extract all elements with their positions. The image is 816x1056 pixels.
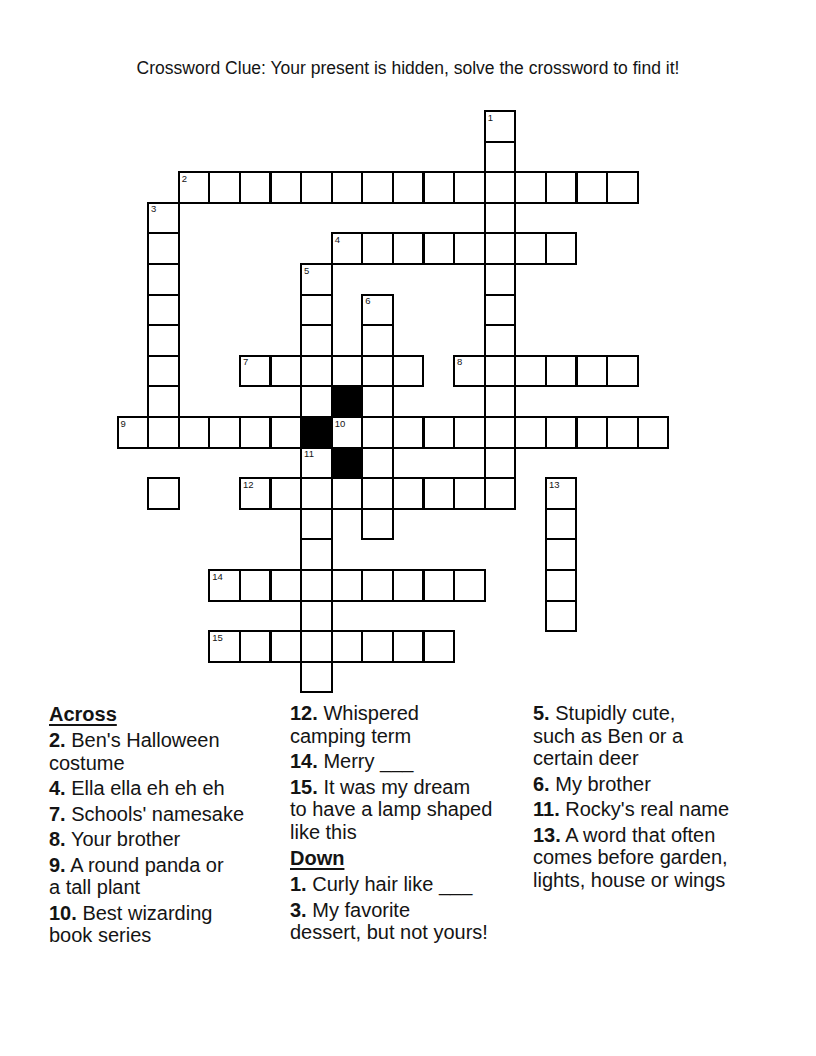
crossword-cell[interactable] <box>270 416 303 449</box>
crossword-cell[interactable] <box>361 324 394 357</box>
crossword-cell[interactable] <box>361 508 394 541</box>
crossword-cell[interactable] <box>484 447 517 480</box>
crossword-cell[interactable] <box>545 600 578 633</box>
crossword-cell[interactable] <box>300 171 333 204</box>
clue-item: 5. Stupidly cute, such as Ben or a certa… <box>533 702 789 770</box>
clue-number: 2. <box>49 729 66 751</box>
crossword-cell[interactable] <box>300 355 333 388</box>
crossword-cell[interactable] <box>361 569 394 602</box>
cell-number: 6 <box>365 296 370 306</box>
cell-number: 13 <box>549 480 560 490</box>
crossword-cell[interactable] <box>545 569 578 602</box>
crossword-cell[interactable] <box>331 355 364 388</box>
crossword-cell[interactable] <box>239 569 272 602</box>
crossword-cell[interactable]: 9 <box>117 416 150 449</box>
crossword-cell[interactable] <box>423 569 456 602</box>
cell-number: 5 <box>304 266 309 276</box>
crossword-cell[interactable] <box>331 171 364 204</box>
clue-number: 1. <box>290 873 307 895</box>
clue-text: A round panda or a tall plant <box>49 854 224 899</box>
black-cell <box>331 447 364 480</box>
clue-number: 5. <box>533 702 550 724</box>
clue-item: 3. My favorite dessert, but not yours! <box>290 899 534 944</box>
crossword-cell[interactable] <box>484 294 517 327</box>
crossword-cell[interactable]: 10 <box>331 416 364 449</box>
crossword-cell[interactable] <box>361 447 394 480</box>
crossword-cell[interactable] <box>208 416 241 449</box>
crossword-cell[interactable] <box>361 416 394 449</box>
clue-item: 9. A round panda or a tall plant <box>49 854 287 899</box>
crossword-cell[interactable] <box>453 416 486 449</box>
crossword-cell[interactable] <box>545 355 578 388</box>
crossword-cell[interactable] <box>147 294 180 327</box>
crossword-cell[interactable] <box>484 232 517 265</box>
crossword-cell[interactable] <box>514 416 547 449</box>
cell-number: 9 <box>121 419 126 429</box>
black-cell <box>331 385 364 418</box>
crossword-cell[interactable] <box>484 263 517 296</box>
clue-text: Schools' namesake <box>71 803 244 825</box>
clue-text: Ella ella eh eh eh <box>71 777 224 799</box>
crossword-cell[interactable] <box>637 416 670 449</box>
clue-text: Curly hair like ___ <box>312 873 472 895</box>
crossword-cell[interactable] <box>147 477 180 510</box>
clues-column-middle: 12. Whispered camping term14. Merry ___1… <box>290 702 534 947</box>
clue-item: 13. A word that often comes before garde… <box>533 824 789 892</box>
crossword-cell[interactable]: 2 <box>178 171 211 204</box>
crossword-cell[interactable] <box>453 232 486 265</box>
puzzle-title: Crossword Clue: Your present is hidden, … <box>0 57 816 79</box>
clue-text: Your brother <box>71 828 180 850</box>
clue-item: 11. Rocky's real name <box>533 798 789 821</box>
clue-number: 6. <box>533 773 550 795</box>
crossword-cell[interactable] <box>484 171 517 204</box>
crossword-cell[interactable]: 4 <box>331 232 364 265</box>
crossword-cell[interactable] <box>576 355 609 388</box>
cell-number: 3 <box>151 204 156 214</box>
clue-text: Stupidly cute, such as Ben or a certain … <box>533 702 683 769</box>
crossword-cell[interactable] <box>484 416 517 449</box>
crossword-cell[interactable] <box>361 355 394 388</box>
crossword-cell[interactable] <box>147 324 180 357</box>
clue-number: 8. <box>49 828 66 850</box>
crossword-cell[interactable] <box>545 232 578 265</box>
clue-number: 3. <box>290 899 307 921</box>
crossword-cell[interactable] <box>576 171 609 204</box>
crossword-cell[interactable]: 15 <box>208 630 241 663</box>
crossword-cell[interactable] <box>361 171 394 204</box>
cell-number: 1 <box>488 113 493 123</box>
clue-item: 12. Whispered camping term <box>290 702 534 747</box>
crossword-cell[interactable]: 1 <box>484 110 517 143</box>
clue-text: Rocky's real name <box>565 798 729 820</box>
clue-text: My favorite dessert, but not yours! <box>290 899 488 944</box>
crossword-cell[interactable] <box>392 232 425 265</box>
crossword-cell[interactable] <box>484 324 517 357</box>
cell-number: 4 <box>335 235 340 245</box>
crossword-cell[interactable] <box>392 477 425 510</box>
crossword-cell[interactable]: 5 <box>300 263 333 296</box>
crossword-cell[interactable] <box>545 508 578 541</box>
clue-number: 4. <box>49 777 66 799</box>
clue-item: 10. Best wizarding book series <box>49 902 287 947</box>
crossword-cell[interactable] <box>331 630 364 663</box>
crossword-cell[interactable] <box>300 508 333 541</box>
crossword-cell[interactable] <box>392 416 425 449</box>
clue-item: 1. Curly hair like ___ <box>290 873 534 896</box>
crossword-cell[interactable] <box>208 171 241 204</box>
cell-number: 11 <box>304 449 314 459</box>
crossword-cell[interactable] <box>392 569 425 602</box>
crossword-cell[interactable] <box>239 416 272 449</box>
crossword-cell[interactable] <box>270 355 303 388</box>
crossword-cell[interactable]: 14 <box>208 569 241 602</box>
crossword-cell[interactable] <box>331 569 364 602</box>
clue-text: Merry ___ <box>323 750 413 772</box>
crossword-cell[interactable] <box>331 477 364 510</box>
crossword-cell[interactable] <box>423 630 456 663</box>
black-cell <box>300 416 333 449</box>
down-header: Down <box>290 846 534 870</box>
crossword-cell[interactable] <box>300 294 333 327</box>
crossword-cell[interactable]: 12 <box>239 477 272 510</box>
crossword-cell[interactable] <box>545 416 578 449</box>
clue-item: 7. Schools' namesake <box>49 803 287 826</box>
clue-item: 8. Your brother <box>49 828 287 851</box>
cell-number: 2 <box>182 174 187 184</box>
crossword-cell[interactable] <box>606 355 639 388</box>
crossword-cell[interactable] <box>484 202 517 235</box>
across-header: Across <box>49 702 287 726</box>
crossword-cell[interactable] <box>270 630 303 663</box>
crossword-cell[interactable] <box>239 630 272 663</box>
crossword-cell[interactable]: 8 <box>453 355 486 388</box>
crossword-cell[interactable] <box>392 355 425 388</box>
crossword-cell[interactable] <box>453 569 486 602</box>
crossword-cell[interactable] <box>300 477 333 510</box>
cell-number: 14 <box>212 572 223 582</box>
clue-number: 9. <box>49 854 66 876</box>
clue-text: My brother <box>555 773 651 795</box>
clues-column-right: 5. Stupidly cute, such as Ben or a certa… <box>533 702 789 894</box>
crossword-cell[interactable] <box>300 600 333 633</box>
clue-number: 13. <box>533 824 561 846</box>
crossword-cell[interactable] <box>147 263 180 296</box>
clues-column-across: Across2. Ben's Halloween costume4. Ella … <box>49 702 287 950</box>
clue-number: 10. <box>49 902 77 924</box>
crossword-cell[interactable]: 6 <box>361 294 394 327</box>
clue-text: A word that often comes before garden, l… <box>533 824 728 891</box>
crossword-cell[interactable] <box>576 416 609 449</box>
cell-number: 12 <box>243 480 254 490</box>
crossword-cell[interactable] <box>361 385 394 418</box>
crossword-cell[interactable] <box>423 416 456 449</box>
crossword-cell[interactable] <box>300 385 333 418</box>
crossword-cell[interactable] <box>545 171 578 204</box>
crossword-cell[interactable] <box>270 569 303 602</box>
cell-number: 7 <box>243 357 248 367</box>
crossword-grid: 123456789101112131415 <box>117 110 670 694</box>
cell-number: 8 <box>457 357 462 367</box>
crossword-cell[interactable] <box>361 232 394 265</box>
crossword-cell[interactable] <box>423 232 456 265</box>
crossword-cell[interactable]: 3 <box>147 202 180 235</box>
crossword-cell[interactable] <box>300 661 333 694</box>
crossword-cell[interactable]: 13 <box>545 477 578 510</box>
crossword-cell[interactable] <box>270 477 303 510</box>
crossword-cell[interactable] <box>606 416 639 449</box>
clue-item: 2. Ben's Halloween costume <box>49 729 287 774</box>
clue-number: 14. <box>290 750 318 772</box>
clue-number: 7. <box>49 803 66 825</box>
crossword-cell[interactable] <box>514 232 547 265</box>
crossword-cell[interactable] <box>453 477 486 510</box>
crossword-cell[interactable] <box>239 171 272 204</box>
cell-number: 10 <box>335 419 346 429</box>
crossword-cell[interactable] <box>484 141 517 174</box>
crossword-cell[interactable] <box>300 569 333 602</box>
crossword-cell[interactable] <box>545 538 578 571</box>
crossword-cell[interactable] <box>514 171 547 204</box>
crossword-cell[interactable] <box>423 477 456 510</box>
cell-number: 15 <box>212 633 223 643</box>
clue-text: It was my dream to have a lamp shaped li… <box>290 776 492 843</box>
crossword-cell[interactable] <box>484 385 517 418</box>
crossword-cell[interactable] <box>453 171 486 204</box>
crossword-cell[interactable] <box>514 355 547 388</box>
crossword-cell[interactable] <box>392 630 425 663</box>
clue-item: 14. Merry ___ <box>290 750 534 773</box>
crossword-cell[interactable] <box>361 630 394 663</box>
clue-text: Ben's Halloween costume <box>49 729 220 774</box>
crossword-cell[interactable] <box>147 416 180 449</box>
crossword-cell[interactable] <box>300 630 333 663</box>
clue-number: 11. <box>533 798 560 820</box>
clue-item: 15. It was my dream to have a lamp shape… <box>290 776 534 844</box>
clue-number: 15. <box>290 776 318 798</box>
crossword-cell[interactable] <box>606 171 639 204</box>
clue-number: 12. <box>290 702 318 724</box>
crossword-cell[interactable] <box>147 355 180 388</box>
clue-item: 6. My brother <box>533 773 789 796</box>
crossword-cell[interactable] <box>147 385 180 418</box>
crossword-cell[interactable]: 7 <box>239 355 272 388</box>
crossword-cell[interactable]: 11 <box>300 447 333 480</box>
crossword-cell[interactable] <box>484 355 517 388</box>
clue-item: 4. Ella ella eh eh eh <box>49 777 287 800</box>
crossword-cell[interactable] <box>300 538 333 571</box>
crossword-cell[interactable] <box>361 477 394 510</box>
crossword-cell[interactable] <box>423 171 456 204</box>
crossword-cell[interactable] <box>392 171 425 204</box>
crossword-cell[interactable] <box>484 477 517 510</box>
crossword-cell[interactable] <box>178 416 211 449</box>
crossword-cell[interactable] <box>300 324 333 357</box>
crossword-cell[interactable] <box>270 171 303 204</box>
crossword-cell[interactable] <box>147 232 180 265</box>
